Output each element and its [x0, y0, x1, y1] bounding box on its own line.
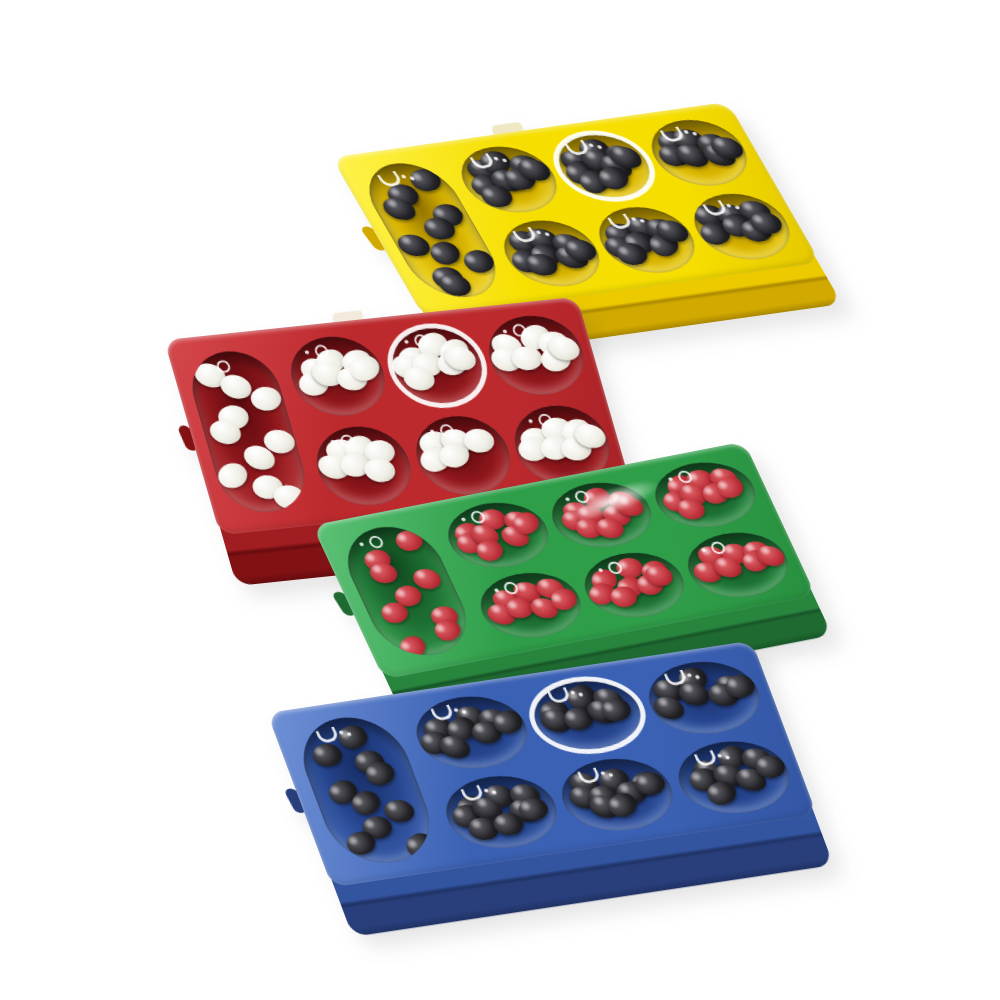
pit-bowl: [381, 322, 494, 410]
reflection-dot: [565, 497, 571, 501]
pit-red-bottom-2[interactable]: [406, 412, 519, 500]
pit-yellow-bottom-1[interactable]: [490, 215, 614, 292]
pit-yellow-top-2[interactable]: [542, 128, 666, 205]
pit-green-bottom-3[interactable]: [676, 525, 800, 605]
stone: [458, 246, 500, 277]
pit-bowl: [480, 311, 593, 399]
reflection-dot: [404, 340, 409, 344]
stone: [435, 274, 475, 297]
pit-bowl: [585, 202, 709, 279]
pit-bowl: [282, 332, 395, 420]
pit-bowl: [405, 689, 538, 775]
pit-red-top-3[interactable]: [480, 311, 593, 399]
stone: [220, 373, 252, 402]
pit-green-bottom-1[interactable]: [469, 566, 593, 646]
pit-bowl: [469, 566, 593, 646]
pit-blue-bottom-1[interactable]: [435, 770, 568, 856]
pit-yellow-bottom-3[interactable]: [680, 188, 804, 265]
ring-reflection: [367, 534, 385, 549]
pit-blue-bottom-3[interactable]: [668, 735, 801, 821]
pit-bowl: [435, 770, 568, 856]
pit-red-top-1[interactable]: [282, 332, 395, 420]
stone: [247, 384, 285, 413]
pit-bowl: [676, 525, 800, 605]
stone: [367, 562, 401, 584]
stone: [391, 527, 426, 554]
stone: [213, 458, 253, 492]
pit-red-bottom-1[interactable]: [307, 422, 420, 510]
stone: [394, 234, 433, 256]
reflection-dot: [461, 518, 467, 522]
pit-yellow-top-3[interactable]: [637, 114, 761, 191]
reflection-dot: [305, 350, 310, 354]
stone: [362, 457, 397, 482]
pit-bowl: [447, 141, 571, 218]
reflection-dot: [400, 174, 406, 178]
pit-bowl: [542, 128, 666, 205]
pit-bowl: [637, 114, 761, 191]
pit-blue-bottom-2[interactable]: [551, 752, 684, 838]
pit-bowl: [638, 655, 771, 741]
stone: [424, 237, 465, 269]
mancala-board-blue: [267, 641, 817, 888]
pit-bowl: [436, 495, 560, 575]
pit-bowl: [521, 672, 654, 758]
pit-bowl: [573, 545, 697, 625]
reflection-dot: [529, 419, 534, 423]
stone: [271, 484, 307, 509]
pit-blue-top-3[interactable]: [638, 655, 771, 741]
u-reflection-arc: [315, 726, 340, 744]
mancala-product-photo: [0, 0, 1000, 1000]
pit-green-top-1[interactable]: [436, 495, 560, 575]
mancala-board-yellow: [332, 102, 821, 318]
pit-bowl: [680, 188, 804, 265]
stone: [308, 740, 346, 769]
pit-yellow-bottom-2[interactable]: [585, 202, 709, 279]
pit-green-bottom-2[interactable]: [573, 545, 697, 625]
stone: [410, 568, 443, 589]
pit-bowl: [551, 752, 684, 838]
stone: [395, 632, 431, 663]
pit-blue-top-1[interactable]: [405, 689, 538, 775]
pit-bowl: [490, 215, 614, 292]
pit-bowl: [406, 412, 519, 500]
pit-bowl: [668, 735, 801, 821]
pit-blue-top-2[interactable]: [521, 672, 654, 758]
pit-bowl: [307, 422, 420, 510]
reflection-dot: [359, 542, 365, 546]
stone: [401, 828, 440, 862]
pit-yellow-top-1[interactable]: [447, 141, 571, 218]
pit-red-top-2[interactable]: [381, 322, 494, 410]
